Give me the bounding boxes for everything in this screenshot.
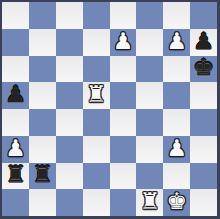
square-e5[interactable] xyxy=(110,82,137,109)
square-a2[interactable]: ♜ xyxy=(2,163,29,190)
square-c7[interactable] xyxy=(56,29,83,56)
square-c3[interactable] xyxy=(56,136,83,163)
white-king-icon: ♚ xyxy=(166,190,187,213)
white-pawn-icon: ♟ xyxy=(113,30,134,53)
square-b2[interactable]: ♜ xyxy=(29,163,56,190)
black-rook-icon: ♜ xyxy=(5,163,26,186)
square-c2[interactable] xyxy=(56,163,83,190)
square-b6[interactable] xyxy=(29,56,56,83)
black-king-icon: ♚ xyxy=(193,56,214,79)
square-e1[interactable] xyxy=(110,189,137,216)
square-f1[interactable]: ♜ xyxy=(136,189,163,216)
square-b5[interactable] xyxy=(29,82,56,109)
square-d3[interactable] xyxy=(83,136,110,163)
square-g1[interactable]: ♚ xyxy=(163,189,190,216)
white-pawn-icon: ♟ xyxy=(166,30,187,53)
square-h3[interactable] xyxy=(190,136,217,163)
chess-board-frame: ♟♟♟♚♟♜♟♟♜♜♜♚ xyxy=(0,0,220,219)
square-c5[interactable] xyxy=(56,82,83,109)
square-h2[interactable] xyxy=(190,163,217,190)
square-c1[interactable] xyxy=(56,189,83,216)
square-b8[interactable] xyxy=(29,2,56,29)
white-pawn-icon: ♟ xyxy=(166,137,187,160)
square-b3[interactable] xyxy=(29,136,56,163)
square-d7[interactable] xyxy=(83,29,110,56)
square-h8[interactable] xyxy=(190,2,217,29)
square-b7[interactable] xyxy=(29,29,56,56)
square-c6[interactable] xyxy=(56,56,83,83)
square-g3[interactable]: ♟ xyxy=(163,136,190,163)
square-f3[interactable] xyxy=(136,136,163,163)
square-h4[interactable] xyxy=(190,109,217,136)
square-b4[interactable] xyxy=(29,109,56,136)
square-f5[interactable] xyxy=(136,82,163,109)
black-pawn-icon: ♟ xyxy=(193,30,214,53)
square-h5[interactable] xyxy=(190,82,217,109)
white-rook-icon: ♜ xyxy=(140,190,161,213)
square-a3[interactable]: ♟ xyxy=(2,136,29,163)
square-d8[interactable] xyxy=(83,2,110,29)
square-a6[interactable] xyxy=(2,56,29,83)
square-g5[interactable] xyxy=(163,82,190,109)
black-rook-icon: ♜ xyxy=(32,163,53,186)
square-g6[interactable] xyxy=(163,56,190,83)
square-f4[interactable] xyxy=(136,109,163,136)
square-e4[interactable] xyxy=(110,109,137,136)
square-d4[interactable] xyxy=(83,109,110,136)
square-f8[interactable] xyxy=(136,2,163,29)
square-g4[interactable] xyxy=(163,109,190,136)
square-h6[interactable]: ♚ xyxy=(190,56,217,83)
square-a7[interactable] xyxy=(2,29,29,56)
square-e8[interactable] xyxy=(110,2,137,29)
square-e6[interactable] xyxy=(110,56,137,83)
square-e3[interactable] xyxy=(110,136,137,163)
square-d1[interactable] xyxy=(83,189,110,216)
square-h7[interactable]: ♟ xyxy=(190,29,217,56)
square-f6[interactable] xyxy=(136,56,163,83)
square-d5[interactable]: ♜ xyxy=(83,82,110,109)
square-d2[interactable] xyxy=(83,163,110,190)
square-f7[interactable] xyxy=(136,29,163,56)
square-e7[interactable]: ♟ xyxy=(110,29,137,56)
square-d6[interactable] xyxy=(83,56,110,83)
square-a1[interactable] xyxy=(2,189,29,216)
square-h1[interactable] xyxy=(190,189,217,216)
square-g8[interactable] xyxy=(163,2,190,29)
black-pawn-icon: ♟ xyxy=(5,83,26,106)
square-c4[interactable] xyxy=(56,109,83,136)
square-a4[interactable] xyxy=(2,109,29,136)
white-pawn-icon: ♟ xyxy=(5,137,26,160)
chess-board: ♟♟♟♚♟♜♟♟♜♜♜♚ xyxy=(2,2,217,216)
square-a5[interactable]: ♟ xyxy=(2,82,29,109)
white-rook-icon: ♜ xyxy=(86,83,107,106)
square-g2[interactable] xyxy=(163,163,190,190)
square-e2[interactable] xyxy=(110,163,137,190)
square-f2[interactable] xyxy=(136,163,163,190)
square-a8[interactable] xyxy=(2,2,29,29)
square-g7[interactable]: ♟ xyxy=(163,29,190,56)
square-c8[interactable] xyxy=(56,2,83,29)
square-b1[interactable] xyxy=(29,189,56,216)
